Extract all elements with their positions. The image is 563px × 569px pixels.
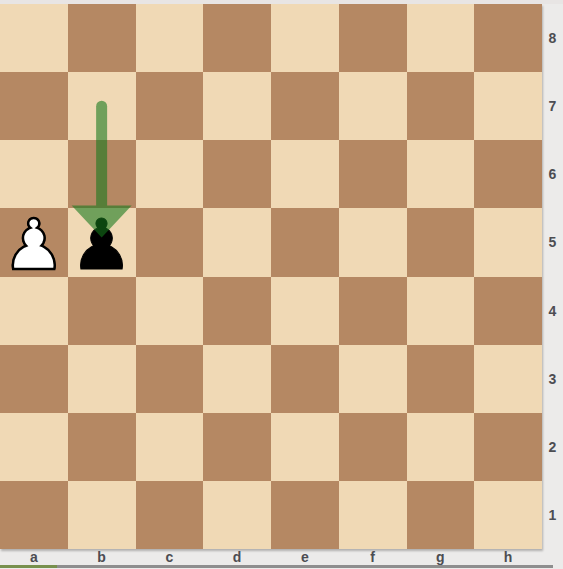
square-h2[interactable] [474, 413, 542, 481]
square-b8[interactable] [68, 4, 136, 72]
square-e2[interactable] [271, 413, 339, 481]
rank-label-8: 8 [542, 4, 563, 72]
square-d4[interactable] [203, 277, 271, 345]
square-d3[interactable] [203, 345, 271, 413]
square-g8[interactable] [407, 4, 475, 72]
square-g3[interactable] [407, 345, 475, 413]
square-d5[interactable] [203, 208, 271, 276]
square-c4[interactable] [136, 277, 204, 345]
square-e6[interactable] [271, 140, 339, 208]
square-b6[interactable] [68, 140, 136, 208]
square-c5[interactable] [136, 208, 204, 276]
square-h3[interactable] [474, 345, 542, 413]
square-d6[interactable] [203, 140, 271, 208]
square-e8[interactable] [271, 4, 339, 72]
rank-label-4: 4 [542, 277, 563, 345]
file-label-b: b [68, 549, 136, 565]
square-b4[interactable] [68, 277, 136, 345]
square-f5[interactable] [339, 208, 407, 276]
square-b2[interactable] [68, 413, 136, 481]
square-g1[interactable] [407, 481, 475, 549]
square-a6[interactable] [0, 140, 68, 208]
square-f2[interactable] [339, 413, 407, 481]
black-pawn[interactable]: ♟ [68, 211, 136, 279]
square-a8[interactable] [0, 4, 68, 72]
square-g7[interactable] [407, 72, 475, 140]
square-h4[interactable] [474, 277, 542, 345]
square-e4[interactable] [271, 277, 339, 345]
square-h6[interactable] [474, 140, 542, 208]
square-g2[interactable] [407, 413, 475, 481]
square-h7[interactable] [474, 72, 542, 140]
square-a2[interactable] [0, 413, 68, 481]
chess-lesson-screen: ♟♟ 87654321 abcdefgh [0, 0, 563, 569]
square-f7[interactable] [339, 72, 407, 140]
square-a3[interactable] [0, 345, 68, 413]
square-d2[interactable] [203, 413, 271, 481]
rank-label-2: 2 [542, 413, 563, 481]
square-f1[interactable] [339, 481, 407, 549]
square-g5[interactable] [407, 208, 475, 276]
file-label-e: e [271, 549, 339, 565]
file-label-h: h [474, 549, 542, 565]
square-c8[interactable] [136, 4, 204, 72]
square-b3[interactable] [68, 345, 136, 413]
square-g6[interactable] [407, 140, 475, 208]
file-label-c: c [136, 549, 204, 565]
square-a5[interactable]: ♟ [0, 208, 68, 276]
square-c2[interactable] [136, 413, 204, 481]
square-e5[interactable] [271, 208, 339, 276]
square-b5[interactable]: ♟ [68, 208, 136, 276]
square-a1[interactable] [0, 481, 68, 549]
progress-bar-fill [0, 565, 57, 568]
square-c3[interactable] [136, 345, 204, 413]
square-h5[interactable] [474, 208, 542, 276]
file-label-a: a [0, 549, 68, 565]
square-f4[interactable] [339, 277, 407, 345]
square-e7[interactable] [271, 72, 339, 140]
square-a7[interactable] [0, 72, 68, 140]
square-c7[interactable] [136, 72, 204, 140]
square-d7[interactable] [203, 72, 271, 140]
square-c1[interactable] [136, 481, 204, 549]
white-pawn[interactable]: ♟ [0, 211, 68, 279]
rank-label-6: 6 [542, 140, 563, 208]
square-e3[interactable] [271, 345, 339, 413]
square-f3[interactable] [339, 345, 407, 413]
chess-board[interactable]: ♟♟ [0, 4, 542, 549]
rank-label-1: 1 [542, 481, 563, 549]
square-d1[interactable] [203, 481, 271, 549]
square-h1[interactable] [474, 481, 542, 549]
square-b1[interactable] [68, 481, 136, 549]
rank-label-5: 5 [542, 208, 563, 276]
square-d8[interactable] [203, 4, 271, 72]
file-label-g: g [407, 549, 475, 565]
progress-bar-track [0, 565, 553, 568]
file-label-d: d [203, 549, 271, 565]
square-c6[interactable] [136, 140, 204, 208]
square-f8[interactable] [339, 4, 407, 72]
square-b7[interactable] [68, 72, 136, 140]
square-a4[interactable] [0, 277, 68, 345]
rank-label-3: 3 [542, 345, 563, 413]
square-g4[interactable] [407, 277, 475, 345]
square-h8[interactable] [474, 4, 542, 72]
rank-label-7: 7 [542, 72, 563, 140]
square-e1[interactable] [271, 481, 339, 549]
file-label-f: f [339, 549, 407, 565]
square-f6[interactable] [339, 140, 407, 208]
